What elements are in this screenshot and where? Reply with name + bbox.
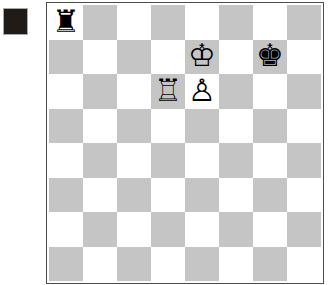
square-g8[interactable] (253, 5, 287, 40)
square-f1[interactable] (219, 247, 253, 282)
square-g5[interactable] (253, 109, 287, 144)
square-b2[interactable] (83, 212, 117, 247)
square-c7[interactable] (117, 40, 151, 75)
square-e7[interactable]: ♔ (185, 40, 219, 75)
square-f6[interactable] (219, 74, 253, 109)
square-f4[interactable] (219, 143, 253, 178)
square-c8[interactable] (117, 5, 151, 40)
square-h6[interactable] (287, 74, 321, 109)
square-b7[interactable] (83, 40, 117, 75)
square-e6[interactable]: ♙ (185, 74, 219, 109)
square-g1[interactable] (253, 247, 287, 282)
square-h7[interactable] (287, 40, 321, 75)
square-f2[interactable] (219, 212, 253, 247)
square-a4[interactable] (49, 143, 83, 178)
square-d2[interactable] (151, 212, 185, 247)
square-g2[interactable] (253, 212, 287, 247)
square-d8[interactable] (151, 5, 185, 40)
square-c1[interactable] (117, 247, 151, 282)
square-c4[interactable] (117, 143, 151, 178)
square-a5[interactable] (49, 109, 83, 144)
square-f3[interactable] (219, 178, 253, 213)
square-e4[interactable] (185, 143, 219, 178)
chess-diagram: ♜♔♚♖♙ (0, 0, 329, 285)
piece-black-king: ♚ (256, 40, 284, 71)
chess-board: ♜♔♚♖♙ (46, 2, 324, 284)
square-g6[interactable] (253, 74, 287, 109)
square-g3[interactable] (253, 178, 287, 213)
piece-black-rook: ♜ (52, 6, 80, 37)
square-b5[interactable] (83, 109, 117, 144)
piece-white-king: ♔ (188, 40, 216, 71)
square-h3[interactable] (287, 178, 321, 213)
black-to-move-indicator (3, 8, 28, 35)
square-c2[interactable] (117, 212, 151, 247)
square-a3[interactable] (49, 178, 83, 213)
square-h8[interactable] (287, 5, 321, 40)
square-b4[interactable] (83, 143, 117, 178)
square-b3[interactable] (83, 178, 117, 213)
square-e3[interactable] (185, 178, 219, 213)
square-h4[interactable] (287, 143, 321, 178)
square-e5[interactable] (185, 109, 219, 144)
square-f7[interactable] (219, 40, 253, 75)
square-h2[interactable] (287, 212, 321, 247)
square-d7[interactable] (151, 40, 185, 75)
square-d1[interactable] (151, 247, 185, 282)
square-a1[interactable] (49, 247, 83, 282)
square-f8[interactable] (219, 5, 253, 40)
square-b6[interactable] (83, 74, 117, 109)
square-c3[interactable] (117, 178, 151, 213)
square-d5[interactable] (151, 109, 185, 144)
piece-white-pawn: ♙ (188, 75, 216, 106)
piece-white-rook: ♖ (154, 75, 182, 106)
square-d6[interactable]: ♖ (151, 74, 185, 109)
square-d3[interactable] (151, 178, 185, 213)
square-b8[interactable] (83, 5, 117, 40)
square-e1[interactable] (185, 247, 219, 282)
square-a6[interactable] (49, 74, 83, 109)
square-h1[interactable] (287, 247, 321, 282)
square-b1[interactable] (83, 247, 117, 282)
square-e2[interactable] (185, 212, 219, 247)
square-f5[interactable] (219, 109, 253, 144)
square-a7[interactable] (49, 40, 83, 75)
square-h5[interactable] (287, 109, 321, 144)
square-c6[interactable] (117, 74, 151, 109)
square-e8[interactable] (185, 5, 219, 40)
square-a8[interactable]: ♜ (49, 5, 83, 40)
square-g4[interactable] (253, 143, 287, 178)
square-g7[interactable]: ♚ (253, 40, 287, 75)
square-c5[interactable] (117, 109, 151, 144)
square-a2[interactable] (49, 212, 83, 247)
square-d4[interactable] (151, 143, 185, 178)
